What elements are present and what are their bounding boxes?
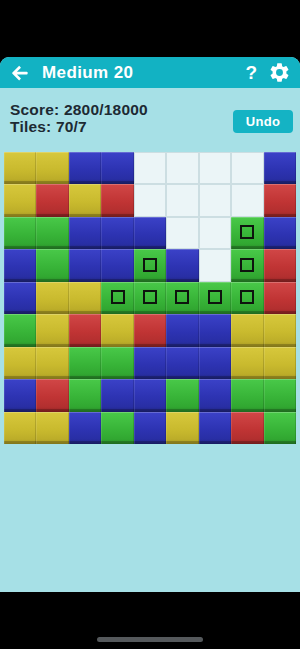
red-tile[interactable] xyxy=(134,314,166,346)
undo-button[interactable]: Undo xyxy=(233,110,293,133)
page-title: Medium 20 xyxy=(42,63,133,83)
red-tile[interactable] xyxy=(264,184,296,216)
blue-tile[interactable] xyxy=(264,152,296,184)
blue-tile[interactable] xyxy=(264,217,296,249)
app-window: Medium 20 ? Score: 2800/18000 Tiles: 70/… xyxy=(0,57,300,592)
settings-button[interactable] xyxy=(266,60,292,86)
empty-cell xyxy=(134,152,166,184)
red-tile[interactable] xyxy=(36,379,68,411)
tiles-text: Tiles: 70/7 xyxy=(10,118,148,135)
green-tile[interactable] xyxy=(199,282,231,314)
empty-cell xyxy=(199,152,231,184)
selection-marker xyxy=(175,290,189,304)
selection-marker xyxy=(240,225,254,239)
red-tile[interactable] xyxy=(231,412,263,444)
red-tile[interactable] xyxy=(264,282,296,314)
blue-tile[interactable] xyxy=(166,314,198,346)
blue-tile[interactable] xyxy=(134,217,166,249)
blue-tile[interactable] xyxy=(101,379,133,411)
app-header: Medium 20 ? xyxy=(0,57,300,88)
home-indicator[interactable] xyxy=(97,637,203,642)
blue-tile[interactable] xyxy=(4,249,36,281)
green-tile[interactable] xyxy=(264,412,296,444)
blue-tile[interactable] xyxy=(199,347,231,379)
yellow-tile[interactable] xyxy=(69,184,101,216)
blue-tile[interactable] xyxy=(199,314,231,346)
green-tile[interactable] xyxy=(166,282,198,314)
empty-cell xyxy=(231,184,263,216)
red-tile[interactable] xyxy=(36,184,68,216)
back-button[interactable] xyxy=(8,61,32,85)
board xyxy=(4,152,296,444)
selection-marker xyxy=(240,290,254,304)
yellow-tile[interactable] xyxy=(4,412,36,444)
yellow-tile[interactable] xyxy=(4,152,36,184)
score-text: Score: 2800/18000 xyxy=(10,101,148,118)
blue-tile[interactable] xyxy=(69,217,101,249)
green-tile[interactable] xyxy=(134,282,166,314)
yellow-tile[interactable] xyxy=(36,412,68,444)
empty-cell xyxy=(166,217,198,249)
red-tile[interactable] xyxy=(69,314,101,346)
selection-marker xyxy=(208,290,222,304)
selection-marker xyxy=(143,290,157,304)
empty-cell xyxy=(166,184,198,216)
green-tile[interactable] xyxy=(69,379,101,411)
yellow-tile[interactable] xyxy=(4,347,36,379)
blue-tile[interactable] xyxy=(101,249,133,281)
green-tile[interactable] xyxy=(231,282,263,314)
yellow-tile[interactable] xyxy=(36,347,68,379)
selection-marker xyxy=(111,290,125,304)
blue-tile[interactable] xyxy=(101,152,133,184)
green-tile[interactable] xyxy=(166,379,198,411)
yellow-tile[interactable] xyxy=(166,412,198,444)
green-tile[interactable] xyxy=(101,347,133,379)
blue-tile[interactable] xyxy=(199,412,231,444)
gear-icon xyxy=(268,61,291,84)
green-tile[interactable] xyxy=(231,217,263,249)
selection-marker xyxy=(240,258,254,272)
blue-tile[interactable] xyxy=(166,249,198,281)
yellow-tile[interactable] xyxy=(231,347,263,379)
yellow-tile[interactable] xyxy=(4,184,36,216)
help-button[interactable]: ? xyxy=(239,62,263,84)
screen: { "game": "samegame-clickomania-tile-col… xyxy=(0,0,300,649)
green-tile[interactable] xyxy=(231,249,263,281)
yellow-tile[interactable] xyxy=(36,152,68,184)
blue-tile[interactable] xyxy=(4,379,36,411)
blue-tile[interactable] xyxy=(166,347,198,379)
green-tile[interactable] xyxy=(4,217,36,249)
empty-cell xyxy=(134,184,166,216)
red-tile[interactable] xyxy=(264,249,296,281)
green-tile[interactable] xyxy=(231,379,263,411)
green-tile[interactable] xyxy=(36,217,68,249)
blue-tile[interactable] xyxy=(69,249,101,281)
green-tile[interactable] xyxy=(264,379,296,411)
blue-tile[interactable] xyxy=(4,282,36,314)
status-panel: Score: 2800/18000 Tiles: 70/7 xyxy=(10,101,148,135)
selection-marker xyxy=(143,258,157,272)
green-tile[interactable] xyxy=(101,282,133,314)
green-tile[interactable] xyxy=(69,347,101,379)
empty-cell xyxy=(199,249,231,281)
empty-cell xyxy=(199,184,231,216)
yellow-tile[interactable] xyxy=(69,282,101,314)
blue-tile[interactable] xyxy=(101,217,133,249)
blue-tile[interactable] xyxy=(134,412,166,444)
back-arrow-icon xyxy=(10,63,30,83)
yellow-tile[interactable] xyxy=(264,347,296,379)
blue-tile[interactable] xyxy=(69,152,101,184)
yellow-tile[interactable] xyxy=(264,314,296,346)
yellow-tile[interactable] xyxy=(36,282,68,314)
green-tile[interactable] xyxy=(134,249,166,281)
blue-tile[interactable] xyxy=(69,412,101,444)
empty-cell xyxy=(166,152,198,184)
empty-cell xyxy=(231,152,263,184)
blue-tile[interactable] xyxy=(199,379,231,411)
green-tile[interactable] xyxy=(36,249,68,281)
green-tile[interactable] xyxy=(4,314,36,346)
red-tile[interactable] xyxy=(101,184,133,216)
yellow-tile[interactable] xyxy=(36,314,68,346)
green-tile[interactable] xyxy=(101,412,133,444)
yellow-tile[interactable] xyxy=(231,314,263,346)
empty-cell xyxy=(199,217,231,249)
blue-tile[interactable] xyxy=(134,379,166,411)
yellow-tile[interactable] xyxy=(101,314,133,346)
blue-tile[interactable] xyxy=(134,347,166,379)
